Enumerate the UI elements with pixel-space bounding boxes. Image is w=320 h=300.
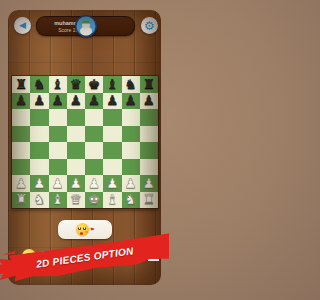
square[interactable]: ♟ bbox=[140, 93, 158, 110]
chess-piece: ♛ bbox=[70, 193, 82, 207]
square[interactable]: ♞ bbox=[30, 76, 48, 93]
square[interactable] bbox=[49, 109, 67, 126]
app-background: { "game": "chess", "position": "rnbqkbnr… bbox=[0, 0, 169, 300]
square[interactable]: ♟ bbox=[30, 175, 48, 192]
square[interactable]: ♟ bbox=[67, 175, 85, 192]
square[interactable] bbox=[49, 142, 67, 159]
back-button[interactable]: ◀ bbox=[14, 17, 31, 34]
square[interactable]: ♟ bbox=[103, 175, 121, 192]
square[interactable]: ♟ bbox=[67, 93, 85, 110]
square[interactable]: ♞ bbox=[122, 192, 140, 209]
square[interactable]: ♞ bbox=[122, 76, 140, 93]
chess-piece: ♟ bbox=[143, 94, 155, 108]
square[interactable] bbox=[103, 159, 121, 176]
square[interactable] bbox=[140, 142, 158, 159]
chess-piece: ♟ bbox=[15, 94, 27, 108]
chess-piece: ♞ bbox=[125, 193, 137, 207]
square[interactable] bbox=[12, 126, 30, 143]
chess-piece: ♞ bbox=[33, 77, 45, 91]
square[interactable]: ♟ bbox=[49, 93, 67, 110]
square[interactable] bbox=[103, 109, 121, 126]
square[interactable]: ♟ bbox=[122, 175, 140, 192]
square[interactable] bbox=[30, 142, 48, 159]
square[interactable]: ♝ bbox=[49, 76, 67, 93]
kiss-heart-icon: ❤ bbox=[89, 227, 94, 233]
chess-piece: ♟ bbox=[143, 176, 155, 190]
square[interactable]: ♜ bbox=[12, 76, 30, 93]
chess-piece: ♚ bbox=[88, 77, 100, 91]
square[interactable] bbox=[122, 126, 140, 143]
chess-piece: ♞ bbox=[125, 77, 137, 91]
square[interactable] bbox=[122, 159, 140, 176]
square[interactable]: ♟ bbox=[103, 93, 121, 110]
gear-icon: ⚙ bbox=[144, 20, 155, 32]
square[interactable]: ♟ bbox=[12, 175, 30, 192]
chess-piece: ♝ bbox=[52, 193, 64, 207]
player-avatar bbox=[75, 15, 97, 37]
chess-piece: ♝ bbox=[106, 193, 118, 207]
emoji-eye bbox=[78, 227, 81, 231]
square[interactable] bbox=[49, 126, 67, 143]
square[interactable]: ♚ bbox=[85, 76, 103, 93]
square[interactable] bbox=[49, 159, 67, 176]
chess-board: ♜♞♝♛♚♝♞♜♟♟♟♟♟♟♟♟♟♟♟♟♟♟♟♟♜♞♝♛♚♝♞♜ bbox=[12, 76, 158, 208]
avatar-image bbox=[75, 15, 97, 37]
square[interactable]: ♟ bbox=[85, 175, 103, 192]
square[interactable]: ♜ bbox=[140, 76, 158, 93]
chess-piece: ♟ bbox=[52, 176, 64, 190]
chess-piece: ♟ bbox=[70, 94, 82, 108]
square[interactable]: ♟ bbox=[12, 93, 30, 110]
chess-piece: ♝ bbox=[106, 77, 118, 91]
square[interactable] bbox=[67, 159, 85, 176]
square[interactable]: ♜ bbox=[12, 192, 30, 209]
square[interactable] bbox=[85, 126, 103, 143]
chess-piece: ♟ bbox=[88, 176, 100, 190]
square[interactable]: ♞ bbox=[30, 192, 48, 209]
kiss-emoji-icon bbox=[76, 223, 89, 236]
chess-piece: ♟ bbox=[88, 94, 100, 108]
square[interactable] bbox=[103, 142, 121, 159]
chess-piece: ♟ bbox=[52, 94, 64, 108]
square[interactable]: ♝ bbox=[49, 192, 67, 209]
square[interactable] bbox=[85, 109, 103, 126]
square[interactable] bbox=[122, 109, 140, 126]
square[interactable]: ♚ bbox=[85, 192, 103, 209]
square[interactable]: ♛ bbox=[67, 76, 85, 93]
square[interactable]: ♝ bbox=[103, 192, 121, 209]
chess-piece: ♟ bbox=[125, 94, 137, 108]
square[interactable] bbox=[140, 126, 158, 143]
settings-button[interactable]: ⚙ bbox=[141, 17, 158, 34]
chess-piece: ♟ bbox=[33, 176, 45, 190]
back-arrow-icon: ◀ bbox=[19, 21, 26, 30]
square[interactable] bbox=[30, 109, 48, 126]
chess-piece: ♟ bbox=[70, 176, 82, 190]
chess-piece: ♟ bbox=[106, 94, 118, 108]
square[interactable] bbox=[30, 126, 48, 143]
square[interactable]: ♟ bbox=[122, 93, 140, 110]
chess-piece: ♜ bbox=[143, 77, 155, 91]
square[interactable] bbox=[122, 142, 140, 159]
chess-piece: ♟ bbox=[15, 176, 27, 190]
square[interactable] bbox=[30, 159, 48, 176]
square[interactable]: ♟ bbox=[49, 175, 67, 192]
square[interactable]: ♟ bbox=[140, 175, 158, 192]
chess-piece: ♜ bbox=[15, 193, 27, 207]
chess-piece: ♜ bbox=[15, 77, 27, 91]
square[interactable] bbox=[12, 142, 30, 159]
chess-piece: ♟ bbox=[125, 176, 137, 190]
chess-piece: ♟ bbox=[106, 176, 118, 190]
square[interactable] bbox=[67, 126, 85, 143]
square[interactable]: ♝ bbox=[103, 76, 121, 93]
chess-piece: ♜ bbox=[143, 193, 155, 207]
square[interactable] bbox=[85, 159, 103, 176]
square[interactable] bbox=[85, 142, 103, 159]
square[interactable]: ♛ bbox=[67, 192, 85, 209]
chess-piece: ♛ bbox=[70, 77, 82, 91]
chess-piece: ♝ bbox=[52, 77, 64, 91]
emoji-eye bbox=[83, 227, 86, 231]
chess-piece: ♞ bbox=[33, 193, 45, 207]
square[interactable]: ♟ bbox=[30, 93, 48, 110]
emoji-cheek bbox=[85, 231, 88, 233]
square[interactable] bbox=[12, 159, 30, 176]
square[interactable] bbox=[140, 159, 158, 176]
square[interactable] bbox=[140, 109, 158, 126]
emoji-chat-bubble[interactable]: ❤ bbox=[58, 220, 112, 239]
square[interactable] bbox=[103, 126, 121, 143]
square[interactable] bbox=[12, 109, 30, 126]
square[interactable]: ♜ bbox=[140, 192, 158, 209]
square[interactable]: ♟ bbox=[85, 93, 103, 110]
square[interactable] bbox=[67, 142, 85, 159]
square[interactable] bbox=[67, 109, 85, 126]
emoji-mouth bbox=[80, 232, 83, 235]
chess-piece: ♟ bbox=[33, 94, 45, 108]
chess-piece: ♚ bbox=[88, 193, 100, 207]
